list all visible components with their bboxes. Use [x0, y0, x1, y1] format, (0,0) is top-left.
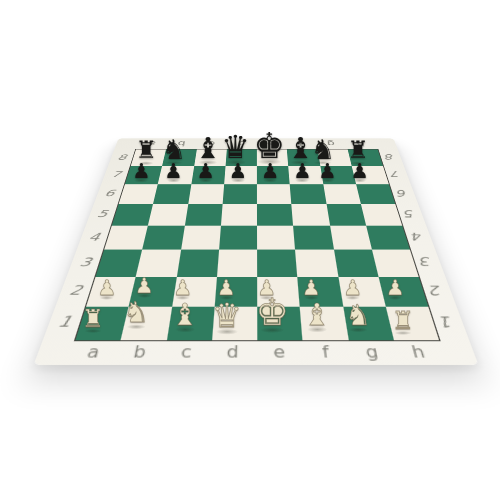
white-bishop-icon: ♝ — [303, 300, 330, 331]
chess-scene: aabbccddeeffgghh1122334455667788 ♜♞♝♛♚♝♞… — [0, 0, 500, 500]
piece-black-pawn-a7[interactable]: ♟ — [132, 160, 150, 180]
black-pawn-icon: ♟ — [164, 160, 182, 180]
black-pawn-icon: ♟ — [318, 160, 336, 180]
piece-white-pawn-c2[interactable]: ♟ — [173, 277, 192, 298]
piece-white-pawn-b2[interactable]: ♟ — [135, 275, 154, 296]
white-pawn-icon: ♟ — [386, 277, 405, 298]
piece-white-knight-g1[interactable]: ♞ — [345, 302, 371, 331]
white-pawn-icon: ♟ — [217, 277, 236, 298]
white-rook-icon: ♜ — [392, 308, 414, 333]
white-knight-icon: ♞ — [345, 302, 371, 331]
white-queen-icon: ♛ — [212, 299, 242, 332]
piece-white-pawn-g2[interactable]: ♟ — [343, 277, 362, 298]
black-pawn-icon: ♟ — [351, 160, 369, 180]
piece-white-pawn-f2[interactable]: ♟ — [302, 277, 321, 298]
piece-white-bishop-f1[interactable]: ♝ — [303, 300, 330, 331]
piece-black-pawn-g7[interactable]: ♟ — [318, 160, 336, 180]
piece-black-pawn-e7[interactable]: ♟ — [261, 160, 279, 180]
white-knight-icon: ♞ — [123, 299, 149, 328]
piece-black-pawn-f7[interactable]: ♟ — [293, 160, 311, 180]
black-pawn-icon: ♟ — [293, 160, 311, 180]
piece-white-bishop-c1[interactable]: ♝ — [171, 300, 198, 331]
black-pawn-icon: ♟ — [229, 160, 247, 180]
white-bishop-icon: ♝ — [171, 300, 198, 331]
black-pawn-icon: ♟ — [197, 160, 215, 180]
piece-white-pawn-h2[interactable]: ♟ — [386, 277, 405, 298]
piece-white-pawn-d2[interactable]: ♟ — [217, 277, 236, 298]
chess-set-product-photo: aabbccddeeffgghh1122334455667788 ♜♞♝♛♚♝♞… — [0, 0, 500, 500]
piece-white-rook-a1[interactable]: ♜ — [82, 306, 104, 331]
white-pawn-icon: ♟ — [97, 277, 116, 298]
white-pawn-icon: ♟ — [173, 277, 192, 298]
white-pawn-icon: ♟ — [343, 277, 362, 298]
piece-white-queen-d1[interactable]: ♛ — [212, 299, 242, 332]
piece-black-pawn-b7[interactable]: ♟ — [164, 160, 182, 180]
piece-white-pawn-a2[interactable]: ♟ — [97, 277, 116, 298]
piece-black-pawn-c7[interactable]: ♟ — [197, 160, 215, 180]
black-pawn-icon: ♟ — [132, 160, 150, 180]
white-pawn-icon: ♟ — [302, 277, 321, 298]
black-pawn-icon: ♟ — [261, 160, 279, 180]
piece-white-rook-h1[interactable]: ♜ — [392, 308, 414, 333]
pieces-layer: ♜♞♝♛♚♝♞♜♟♟♟♟♟♟♟♟♟♟♟♟♟♟♟♟♜♞♝♛♚♝♞♜ — [0, 0, 500, 500]
piece-white-king-e1[interactable]: ♚ — [255, 294, 288, 331]
white-rook-icon: ♜ — [82, 306, 104, 331]
piece-black-pawn-h7[interactable]: ♟ — [351, 160, 369, 180]
white-king-icon: ♚ — [255, 294, 288, 331]
piece-white-knight-b1[interactable]: ♞ — [123, 299, 149, 328]
white-pawn-icon: ♟ — [135, 275, 154, 296]
piece-black-pawn-d7[interactable]: ♟ — [229, 160, 247, 180]
